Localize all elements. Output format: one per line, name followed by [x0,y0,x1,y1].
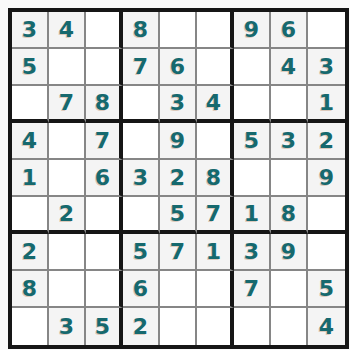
cell-r7c9[interactable] [308,234,345,271]
cell-r3c3[interactable]: 8 [86,86,123,123]
cell-r9c1[interactable] [12,308,49,345]
cell-r3c7[interactable] [234,86,271,123]
cell-r4c7[interactable]: 5 [234,123,271,160]
cell-r2c9[interactable]: 3 [308,49,345,86]
cell-r7c3[interactable] [86,234,123,271]
cell-r4c9[interactable]: 2 [308,123,345,160]
cell-r8c9[interactable]: 5 [308,271,345,308]
cell-r4c5[interactable]: 9 [160,123,197,160]
cell-r4c3[interactable]: 7 [86,123,123,160]
cell-r8c6[interactable] [197,271,234,308]
cell-r5c9[interactable]: 9 [308,160,345,197]
cell-r3c8[interactable] [271,86,308,123]
cell-r3c9[interactable]: 1 [308,86,345,123]
cell-r7c5[interactable]: 7 [160,234,197,271]
cell-r7c8[interactable]: 9 [271,234,308,271]
cell-r4c6[interactable] [197,123,234,160]
cell-r9c9[interactable]: 4 [308,308,345,345]
cell-r2c3[interactable] [86,49,123,86]
cell-r6c6[interactable]: 7 [197,197,234,234]
cell-r4c8[interactable]: 3 [271,123,308,160]
cell-r1c8[interactable]: 6 [271,12,308,49]
cell-r1c2[interactable]: 4 [49,12,86,49]
cell-r1c6[interactable] [197,12,234,49]
cell-r8c8[interactable] [271,271,308,308]
cell-r2c2[interactable] [49,49,86,86]
cell-r4c1[interactable]: 4 [12,123,49,160]
sudoku-page: 3489657643783414795321632892571825713986… [0,0,350,350]
cell-r7c1[interactable]: 2 [12,234,49,271]
cell-r9c8[interactable] [271,308,308,345]
cell-r6c1[interactable] [12,197,49,234]
cell-r6c5[interactable]: 5 [160,197,197,234]
cell-r3c5[interactable]: 3 [160,86,197,123]
cell-r1c5[interactable] [160,12,197,49]
cell-r1c1[interactable]: 3 [12,12,49,49]
cell-r4c2[interactable] [49,123,86,160]
cell-r8c3[interactable] [86,271,123,308]
cell-r3c2[interactable]: 7 [49,86,86,123]
cell-r8c4[interactable]: 6 [123,271,160,308]
cell-r6c9[interactable] [308,197,345,234]
cell-r5c4[interactable]: 3 [123,160,160,197]
cell-r1c4[interactable]: 8 [123,12,160,49]
cell-r7c7[interactable]: 3 [234,234,271,271]
cell-r2c8[interactable]: 4 [271,49,308,86]
cell-r5c7[interactable] [234,160,271,197]
cell-r5c1[interactable]: 1 [12,160,49,197]
cell-r2c6[interactable] [197,49,234,86]
cell-r3c1[interactable] [12,86,49,123]
cell-r2c4[interactable]: 7 [123,49,160,86]
cell-r5c3[interactable]: 6 [86,160,123,197]
cell-r8c2[interactable] [49,271,86,308]
cell-r5c5[interactable]: 2 [160,160,197,197]
sudoku-board: 3489657643783414795321632892571825713986… [8,8,349,349]
cell-r6c7[interactable]: 1 [234,197,271,234]
cell-r7c2[interactable] [49,234,86,271]
cell-r1c7[interactable]: 9 [234,12,271,49]
cell-r8c7[interactable]: 7 [234,271,271,308]
cell-r9c4[interactable]: 2 [123,308,160,345]
cell-r6c4[interactable] [123,197,160,234]
cell-r9c7[interactable] [234,308,271,345]
cell-r8c1[interactable]: 8 [12,271,49,308]
cell-r6c2[interactable]: 2 [49,197,86,234]
cell-r8c5[interactable] [160,271,197,308]
cell-r9c2[interactable]: 3 [49,308,86,345]
cell-r5c2[interactable] [49,160,86,197]
cell-r2c1[interactable]: 5 [12,49,49,86]
cell-r9c5[interactable] [160,308,197,345]
cell-r9c3[interactable]: 5 [86,308,123,345]
cell-r6c8[interactable]: 8 [271,197,308,234]
cell-r9c6[interactable] [197,308,234,345]
cell-r7c6[interactable]: 1 [197,234,234,271]
cell-r1c9[interactable] [308,12,345,49]
cell-r6c3[interactable] [86,197,123,234]
cell-r7c4[interactable]: 5 [123,234,160,271]
cell-r3c4[interactable] [123,86,160,123]
cell-r2c7[interactable] [234,49,271,86]
cell-r5c6[interactable]: 8 [197,160,234,197]
cell-r3c6[interactable]: 4 [197,86,234,123]
cell-r1c3[interactable] [86,12,123,49]
cell-r5c8[interactable] [271,160,308,197]
cell-r4c4[interactable] [123,123,160,160]
cell-r2c5[interactable]: 6 [160,49,197,86]
